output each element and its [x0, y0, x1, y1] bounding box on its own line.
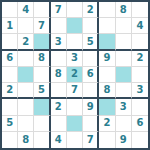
cell-r1c1[interactable] — [2, 2, 18, 18]
given-digit: 7 — [71, 85, 78, 95]
cell-r5c8[interactable] — [116, 67, 132, 83]
cell-r6c4[interactable] — [51, 83, 67, 99]
given-digit: 7 — [55, 5, 62, 15]
cell-r3c5[interactable] — [67, 34, 83, 50]
cell-r2c2[interactable] — [18, 18, 34, 34]
given-digit: 2 — [22, 37, 29, 47]
given-digit: 3 — [71, 53, 78, 63]
given-digit: 1 — [6, 21, 13, 31]
cell-r3c1[interactable] — [2, 34, 18, 50]
cell-r8c3[interactable] — [34, 116, 50, 132]
given-digit: 7 — [38, 21, 45, 31]
cell-r4c4[interactable] — [51, 51, 67, 67]
cell-r1c7[interactable] — [99, 2, 115, 18]
sudoku-board: 472817423568392826257832935268479 — [0, 0, 150, 150]
cell-r6c3[interactable]: 5 — [34, 83, 50, 99]
cell-r1c4[interactable]: 7 — [51, 2, 67, 18]
cell-r3c3[interactable] — [34, 34, 50, 50]
cell-r2c8[interactable] — [116, 18, 132, 34]
cell-r8c2[interactable] — [18, 116, 34, 132]
cell-r6c9[interactable]: 3 — [132, 83, 148, 99]
given-digit: 2 — [136, 53, 143, 63]
cell-r9c1[interactable] — [2, 132, 18, 148]
cell-r4c1[interactable]: 6 — [2, 51, 18, 67]
cell-r5c1[interactable] — [2, 67, 18, 83]
cell-r3c7[interactable] — [99, 34, 115, 50]
cell-r9c5[interactable] — [67, 132, 83, 148]
cell-r2c4[interactable] — [51, 18, 67, 34]
given-digit: 6 — [6, 53, 13, 63]
cell-r9c4[interactable]: 4 — [51, 132, 67, 148]
cell-r2c5[interactable] — [67, 18, 83, 34]
cell-r5c2[interactable] — [18, 67, 34, 83]
given-digit: 8 — [22, 135, 29, 145]
given-digit: 6 — [87, 69, 94, 79]
given-digit: 5 — [87, 37, 94, 47]
cell-r8c5[interactable] — [67, 116, 83, 132]
given-digit: 7 — [87, 135, 94, 145]
given-digit: 6 — [136, 118, 143, 128]
cell-r1c8[interactable]: 8 — [116, 2, 132, 18]
cell-r4c3[interactable]: 8 — [34, 51, 50, 67]
cell-r2c3[interactable]: 7 — [34, 18, 50, 34]
given-digit: 3 — [120, 102, 127, 112]
cell-r2c1[interactable]: 1 — [2, 18, 18, 34]
cell-r7c8[interactable]: 3 — [116, 99, 132, 115]
cell-r8c1[interactable]: 5 — [2, 116, 18, 132]
cell-r5c3[interactable] — [34, 67, 50, 83]
cell-r7c2[interactable] — [18, 99, 34, 115]
cell-r9c8[interactable]: 9 — [116, 132, 132, 148]
given-digit: 3 — [55, 37, 62, 47]
given-digit: 9 — [103, 53, 110, 63]
cell-r2c9[interactable]: 4 — [132, 18, 148, 34]
cell-r2c7[interactable] — [99, 18, 115, 34]
cell-r1c2[interactable]: 4 — [18, 2, 34, 18]
cell-r7c1[interactable] — [2, 99, 18, 115]
cell-r4c7[interactable]: 9 — [99, 51, 115, 67]
cell-r8c4[interactable] — [51, 116, 67, 132]
given-digit: 3 — [136, 85, 143, 95]
cell-r7c4[interactable]: 2 — [51, 99, 67, 115]
cell-r1c5[interactable] — [67, 2, 83, 18]
given-digit: 8 — [103, 85, 110, 95]
cell-r9c3[interactable] — [34, 132, 50, 148]
cell-r6c6[interactable] — [83, 83, 99, 99]
given-digit: 9 — [87, 102, 94, 112]
given-digit: 5 — [38, 85, 45, 95]
cell-r8c8[interactable] — [116, 116, 132, 132]
given-digit: 2 — [6, 85, 13, 95]
cell-r6c5[interactable]: 7 — [67, 83, 83, 99]
cell-r3c8[interactable] — [116, 34, 132, 50]
given-digit: 5 — [6, 118, 13, 128]
given-digit: 2 — [103, 118, 110, 128]
given-digit: 8 — [120, 5, 127, 15]
cell-r6c8[interactable] — [116, 83, 132, 99]
cell-r7c7[interactable] — [99, 99, 115, 115]
cell-r5c6[interactable]: 6 — [83, 67, 99, 83]
cell-r2c6[interactable] — [83, 18, 99, 34]
cell-r6c2[interactable] — [18, 83, 34, 99]
cell-r9c7[interactable] — [99, 132, 115, 148]
cell-r3c4[interactable]: 3 — [51, 34, 67, 50]
cell-r4c6[interactable] — [83, 51, 99, 67]
given-digit: 4 — [22, 5, 29, 15]
cell-r9c6[interactable]: 7 — [83, 132, 99, 148]
cell-r4c2[interactable] — [18, 51, 34, 67]
cell-r3c6[interactable]: 5 — [83, 34, 99, 50]
cell-r7c9[interactable] — [132, 99, 148, 115]
cell-r5c5[interactable]: 2 — [67, 67, 83, 83]
given-digit: 8 — [55, 69, 62, 79]
given-digit: 2 — [71, 69, 78, 79]
cell-r8c6[interactable] — [83, 116, 99, 132]
cell-r5c9[interactable] — [132, 67, 148, 83]
cell-r3c2[interactable]: 2 — [18, 34, 34, 50]
cell-r6c7[interactable]: 8 — [99, 83, 115, 99]
given-digit: 2 — [87, 5, 94, 15]
cell-r9c9[interactable] — [132, 132, 148, 148]
cell-r7c5[interactable] — [67, 99, 83, 115]
given-digit: 4 — [55, 135, 62, 145]
cell-r1c3[interactable] — [34, 2, 50, 18]
given-digit: 8 — [38, 53, 45, 63]
cell-r8c7[interactable]: 2 — [99, 116, 115, 132]
cell-r4c5[interactable]: 3 — [67, 51, 83, 67]
cell-r4c9[interactable]: 2 — [132, 51, 148, 67]
given-digit: 9 — [120, 135, 127, 145]
cell-r6c1[interactable]: 2 — [2, 83, 18, 99]
cell-r1c9[interactable] — [132, 2, 148, 18]
cell-r5c7[interactable] — [99, 67, 115, 83]
cell-r7c3[interactable] — [34, 99, 50, 115]
cell-r9c2[interactable]: 8 — [18, 132, 34, 148]
cell-r1c6[interactable]: 2 — [83, 2, 99, 18]
cell-r7c6[interactable]: 9 — [83, 99, 99, 115]
cell-r4c8[interactable] — [116, 51, 132, 67]
cell-r8c9[interactable]: 6 — [132, 116, 148, 132]
cell-r5c4[interactable]: 8 — [51, 67, 67, 83]
given-digit: 4 — [136, 21, 143, 31]
cell-r3c9[interactable] — [132, 34, 148, 50]
given-digit: 2 — [55, 102, 62, 112]
